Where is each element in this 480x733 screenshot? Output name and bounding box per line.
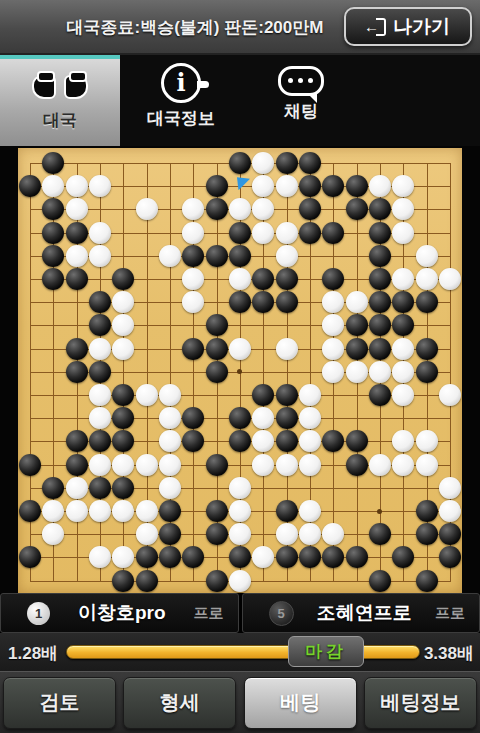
white-stone <box>392 222 414 244</box>
white-stone <box>392 361 414 383</box>
black-stone <box>276 291 298 313</box>
white-stone <box>392 430 414 452</box>
black-stone <box>369 338 391 360</box>
black-stone <box>112 477 134 499</box>
white-stone <box>252 454 274 476</box>
black-stone <box>346 546 368 568</box>
white-stone <box>299 523 321 545</box>
black-stone <box>276 384 298 406</box>
white-stone <box>159 454 181 476</box>
star-point <box>377 509 382 514</box>
white-stone <box>112 546 134 568</box>
player1-name: 이창호pro <box>50 600 194 626</box>
white-stone <box>299 407 321 429</box>
info-icon: i <box>161 63 201 103</box>
territory-button[interactable]: 형세 <box>123 677 236 729</box>
white-stone <box>136 500 158 522</box>
white-stone <box>159 245 181 267</box>
white-stone <box>89 500 111 522</box>
black-stone <box>42 222 64 244</box>
white-stone <box>182 222 204 244</box>
white-stone <box>276 245 298 267</box>
black-stone <box>229 245 251 267</box>
black-stone <box>19 175 41 197</box>
player2-name: 조혜연프로 <box>294 600 436 626</box>
player2-stone-badge: 5 <box>269 601 294 626</box>
white-stone <box>89 546 111 568</box>
white-stone <box>252 407 274 429</box>
black-stone <box>322 175 344 197</box>
black-stone <box>276 407 298 429</box>
black-stone <box>42 268 64 290</box>
white-stone <box>229 477 251 499</box>
left-odds-value: 1.28배 <box>8 642 58 665</box>
white-stone <box>322 338 344 360</box>
footer-button-bar: 검토 형세 베팅 베팅정보 <box>0 671 480 733</box>
chat-bubble-icon <box>278 66 324 96</box>
white-stone <box>136 523 158 545</box>
white-stone <box>392 454 414 476</box>
review-button[interactable]: 검토 <box>3 677 116 729</box>
black-stone <box>42 477 64 499</box>
black-stone <box>369 268 391 290</box>
white-stone <box>66 175 88 197</box>
white-stone <box>136 198 158 220</box>
white-stone <box>112 338 134 360</box>
go-board[interactable] <box>18 148 462 593</box>
black-stone <box>112 407 134 429</box>
exit-button-label: 나가기 <box>393 14 450 40</box>
white-stone <box>229 570 251 592</box>
white-stone <box>136 454 158 476</box>
black-stone <box>229 546 251 568</box>
white-stone <box>89 454 111 476</box>
player-panel-left: 1 이창호pro 프로 <box>0 593 239 633</box>
black-stone <box>299 175 321 197</box>
top-status-bar: 대국종료:백승(불계) 판돈:200만M ← 나가기 <box>0 0 480 55</box>
black-stone <box>159 546 181 568</box>
white-stone <box>159 430 181 452</box>
black-stone <box>159 500 181 522</box>
black-stone <box>369 245 391 267</box>
black-stone <box>206 500 228 522</box>
black-stone <box>229 222 251 244</box>
black-stone <box>229 152 251 174</box>
white-stone <box>392 175 414 197</box>
white-stone <box>159 384 181 406</box>
black-stone <box>252 384 274 406</box>
white-stone <box>252 430 274 452</box>
black-stone <box>89 430 111 452</box>
black-stone <box>229 430 251 452</box>
tab-game-label: 대국 <box>43 109 77 132</box>
black-stone <box>206 198 228 220</box>
black-stone <box>416 500 438 522</box>
board-area <box>0 146 480 593</box>
player1-stone-badge: 1 <box>27 602 50 625</box>
tab-chat[interactable]: 채팅 <box>242 55 360 146</box>
white-stone <box>159 477 181 499</box>
black-stone <box>299 222 321 244</box>
black-stone <box>346 175 368 197</box>
black-stone <box>416 523 438 545</box>
black-stone <box>19 454 41 476</box>
white-stone <box>392 198 414 220</box>
black-stone <box>66 268 88 290</box>
betting-closed-button[interactable]: 마감 <box>288 636 364 667</box>
white-stone <box>66 500 88 522</box>
black-stone <box>112 268 134 290</box>
black-stone <box>369 291 391 313</box>
white-stone <box>369 454 391 476</box>
black-stone <box>19 500 41 522</box>
white-stone <box>252 546 274 568</box>
black-stone <box>66 454 88 476</box>
white-stone <box>89 407 111 429</box>
black-stone <box>369 222 391 244</box>
player2-rank-tag: 프로 <box>435 604 465 623</box>
white-stone <box>112 314 134 336</box>
black-stone <box>346 454 368 476</box>
fists-icon <box>31 71 89 105</box>
tab-game-info[interactable]: i 대국정보 <box>122 55 240 146</box>
white-stone <box>112 291 134 313</box>
black-stone <box>322 430 344 452</box>
white-stone <box>89 384 111 406</box>
black-stone <box>322 222 344 244</box>
last-move-marker-icon <box>237 177 250 190</box>
white-stone <box>66 477 88 499</box>
white-stone <box>89 245 111 267</box>
white-stone <box>346 361 368 383</box>
tab-game[interactable]: 대국 <box>0 55 120 146</box>
white-stone <box>66 198 88 220</box>
white-stone <box>439 384 461 406</box>
white-stone <box>439 268 461 290</box>
black-stone <box>276 546 298 568</box>
black-stone <box>369 570 391 592</box>
white-stone <box>42 500 64 522</box>
black-stone <box>42 198 64 220</box>
white-stone <box>89 338 111 360</box>
white-stone <box>182 291 204 313</box>
black-stone <box>206 314 228 336</box>
tab-bar: 대국 i 대국정보 채팅 <box>0 55 480 146</box>
black-stone <box>19 546 41 568</box>
white-stone <box>276 222 298 244</box>
white-stone <box>369 361 391 383</box>
black-stone <box>369 523 391 545</box>
black-stone <box>252 291 274 313</box>
white-stone <box>182 198 204 220</box>
white-stone <box>299 430 321 452</box>
white-stone <box>112 500 134 522</box>
white-stone <box>322 361 344 383</box>
black-stone <box>66 361 88 383</box>
black-stone <box>392 546 414 568</box>
white-stone <box>439 500 461 522</box>
black-stone <box>206 361 228 383</box>
black-stone <box>206 570 228 592</box>
black-stone <box>416 570 438 592</box>
white-stone <box>182 268 204 290</box>
black-stone <box>182 407 204 429</box>
right-odds-value: 3.38배 <box>424 642 474 665</box>
black-stone <box>136 570 158 592</box>
white-stone <box>416 454 438 476</box>
black-stone <box>159 523 181 545</box>
black-stone <box>206 523 228 545</box>
white-stone <box>229 338 251 360</box>
white-stone <box>299 454 321 476</box>
black-stone <box>299 546 321 568</box>
black-stone <box>206 245 228 267</box>
white-stone <box>299 500 321 522</box>
white-stone <box>229 500 251 522</box>
black-stone <box>346 338 368 360</box>
betting-odds-bar: 1.28배 마감 3.38배 <box>0 633 480 671</box>
black-stone <box>66 430 88 452</box>
black-stone <box>299 152 321 174</box>
black-stone <box>89 361 111 383</box>
black-stone <box>42 245 64 267</box>
white-stone <box>392 268 414 290</box>
white-stone <box>159 407 181 429</box>
black-stone <box>112 384 134 406</box>
player-panel-right: 5 조혜연프로 프로 <box>242 593 480 633</box>
odds-gauge <box>66 645 420 659</box>
black-stone <box>416 338 438 360</box>
black-stone <box>439 546 461 568</box>
black-stone <box>322 546 344 568</box>
black-stone <box>42 152 64 174</box>
black-stone <box>206 454 228 476</box>
black-stone <box>182 546 204 568</box>
player1-rank-tag: 프로 <box>194 604 224 623</box>
white-stone <box>322 291 344 313</box>
black-stone <box>66 338 88 360</box>
black-stone <box>206 338 228 360</box>
exit-button[interactable]: ← 나가기 <box>344 7 472 46</box>
black-stone <box>416 361 438 383</box>
black-stone <box>346 198 368 220</box>
white-stone <box>252 175 274 197</box>
black-stone <box>369 314 391 336</box>
black-stone <box>252 268 274 290</box>
white-stone <box>229 268 251 290</box>
black-stone <box>136 546 158 568</box>
white-stone <box>416 268 438 290</box>
black-stone <box>112 570 134 592</box>
exit-door-icon: ← <box>366 18 386 36</box>
game-status-text: 대국종료:백승(불계) 판돈:200만M <box>55 16 335 39</box>
player-bar: 1 이창호pro 프로 5 조혜연프로 프로 <box>0 593 480 633</box>
black-stone <box>229 407 251 429</box>
white-stone <box>136 384 158 406</box>
white-stone <box>299 384 321 406</box>
white-stone <box>416 430 438 452</box>
white-stone <box>276 175 298 197</box>
black-stone <box>369 384 391 406</box>
betting-info-button[interactable]: 베팅정보 <box>364 677 477 729</box>
black-stone <box>182 338 204 360</box>
white-stone <box>112 454 134 476</box>
white-stone <box>89 222 111 244</box>
white-stone <box>416 245 438 267</box>
white-stone <box>252 222 274 244</box>
white-stone <box>42 523 64 545</box>
white-stone <box>89 175 111 197</box>
black-stone <box>182 430 204 452</box>
black-stone <box>392 291 414 313</box>
white-stone <box>392 384 414 406</box>
black-stone <box>276 500 298 522</box>
black-stone <box>89 291 111 313</box>
white-stone <box>439 477 461 499</box>
black-stone <box>346 314 368 336</box>
black-stone <box>89 314 111 336</box>
black-stone <box>206 175 228 197</box>
betting-button[interactable]: 베팅 <box>244 677 357 729</box>
white-stone <box>229 198 251 220</box>
tab-chat-label: 채팅 <box>284 100 318 123</box>
white-stone <box>322 314 344 336</box>
white-stone <box>276 338 298 360</box>
white-stone <box>229 523 251 545</box>
black-stone <box>112 430 134 452</box>
black-stone <box>89 477 111 499</box>
black-stone <box>416 291 438 313</box>
white-stone <box>66 245 88 267</box>
white-stone <box>346 291 368 313</box>
black-stone <box>276 268 298 290</box>
black-stone <box>276 430 298 452</box>
white-stone <box>252 152 274 174</box>
white-stone <box>42 175 64 197</box>
star-point <box>237 369 242 374</box>
black-stone <box>369 198 391 220</box>
black-stone <box>66 222 88 244</box>
black-stone <box>322 268 344 290</box>
black-stone <box>182 245 204 267</box>
white-stone <box>252 198 274 220</box>
black-stone <box>276 152 298 174</box>
white-stone <box>276 454 298 476</box>
white-stone <box>369 175 391 197</box>
white-stone <box>276 523 298 545</box>
white-stone <box>322 523 344 545</box>
black-stone <box>439 523 461 545</box>
white-stone <box>392 338 414 360</box>
black-stone <box>346 430 368 452</box>
black-stone <box>392 314 414 336</box>
black-stone <box>299 198 321 220</box>
black-stone <box>229 291 251 313</box>
tab-game-info-label: 대국정보 <box>147 107 215 130</box>
